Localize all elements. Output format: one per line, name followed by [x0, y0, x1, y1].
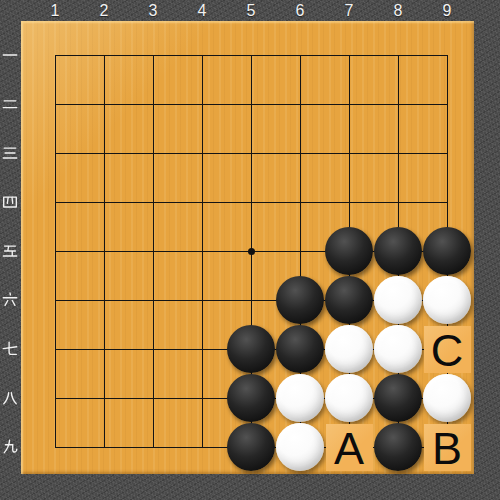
row-label [1, 242, 19, 260]
board-point[interactable] [325, 276, 374, 325]
board-point[interactable] [276, 227, 325, 276]
row-label [1, 291, 19, 309]
board-point[interactable] [374, 423, 423, 472]
board-point[interactable] [276, 325, 325, 374]
row-label [1, 46, 19, 64]
board-point[interactable]: B [423, 423, 472, 472]
board-point[interactable] [80, 374, 129, 423]
board-point[interactable] [129, 178, 178, 227]
board-point[interactable] [80, 129, 129, 178]
board-point[interactable] [374, 374, 423, 423]
board-point[interactable] [423, 227, 472, 276]
white-stone [374, 276, 422, 324]
column-label: 3 [141, 1, 165, 20]
board-point[interactable] [227, 80, 276, 129]
board-point[interactable] [129, 129, 178, 178]
board-point[interactable] [178, 31, 227, 80]
board-point[interactable] [325, 31, 374, 80]
board-point[interactable] [227, 178, 276, 227]
column-label: 8 [386, 1, 410, 20]
black-stone [227, 374, 275, 422]
board-point[interactable] [423, 80, 472, 129]
board-point[interactable] [374, 31, 423, 80]
row-label [1, 144, 19, 162]
board-point[interactable] [80, 325, 129, 374]
board-point[interactable] [423, 31, 472, 80]
board-point[interactable] [374, 276, 423, 325]
board-point[interactable] [80, 178, 129, 227]
black-stone [227, 423, 275, 471]
row-label [1, 193, 19, 211]
column-label: 6 [288, 1, 312, 20]
black-stone [374, 227, 422, 275]
board-point[interactable] [227, 423, 276, 472]
board-point[interactable]: A [325, 423, 374, 472]
marker-label: C [423, 325, 472, 374]
white-stone [374, 325, 422, 373]
board-point[interactable] [129, 227, 178, 276]
column-label: 4 [190, 1, 214, 20]
white-stone [325, 374, 373, 422]
board-point[interactable] [178, 374, 227, 423]
board-point[interactable] [178, 129, 227, 178]
board-point[interactable] [227, 227, 276, 276]
column-coordinates: 123456789 [0, 0, 500, 21]
black-stone [374, 423, 422, 471]
board-point[interactable] [276, 423, 325, 472]
board-point[interactable] [325, 178, 374, 227]
board-point[interactable] [325, 227, 374, 276]
board-point[interactable] [423, 178, 472, 227]
board-point[interactable] [227, 374, 276, 423]
board-point[interactable] [325, 374, 374, 423]
black-stone [276, 276, 324, 324]
black-stone [325, 276, 373, 324]
board-point[interactable] [178, 276, 227, 325]
black-stone [276, 325, 324, 373]
white-stone [325, 325, 373, 373]
board-point[interactable] [178, 423, 227, 472]
board-point[interactable] [325, 80, 374, 129]
board-point[interactable] [129, 423, 178, 472]
column-label: 9 [435, 1, 459, 20]
board-point[interactable] [276, 129, 325, 178]
white-stone [423, 276, 471, 324]
row-label [1, 389, 19, 407]
board-point[interactable] [129, 374, 178, 423]
board-point[interactable] [227, 31, 276, 80]
black-stone [325, 227, 373, 275]
board-point[interactable] [374, 80, 423, 129]
board-point[interactable] [31, 178, 80, 227]
board-point[interactable] [31, 129, 80, 178]
board-point[interactable] [374, 325, 423, 374]
board-point[interactable] [129, 325, 178, 374]
board-point[interactable] [178, 227, 227, 276]
board-point[interactable] [31, 374, 80, 423]
board-point[interactable] [276, 374, 325, 423]
board-point[interactable] [31, 227, 80, 276]
row-coordinates [0, 0, 21, 500]
board-point[interactable] [80, 227, 129, 276]
board-point[interactable] [80, 80, 129, 129]
column-label: 2 [92, 1, 116, 20]
board-point[interactable] [31, 276, 80, 325]
board-point[interactable] [423, 129, 472, 178]
go-board-screenshot: 123456789 CAB [0, 0, 500, 500]
board-point[interactable] [423, 276, 472, 325]
board-point[interactable] [129, 80, 178, 129]
column-label: 5 [239, 1, 263, 20]
board-point[interactable]: C [423, 325, 472, 374]
board-point[interactable] [276, 276, 325, 325]
marker-label: B [423, 423, 472, 472]
board-point[interactable] [374, 178, 423, 227]
board-point[interactable] [31, 423, 80, 472]
white-stone [276, 423, 324, 471]
board-point[interactable] [276, 80, 325, 129]
column-label: 7 [337, 1, 361, 20]
white-stone [423, 374, 471, 422]
black-stone [374, 374, 422, 422]
row-label [1, 438, 19, 456]
board-point[interactable] [325, 129, 374, 178]
board-point[interactable] [374, 129, 423, 178]
board-point[interactable] [227, 325, 276, 374]
board-point[interactable] [276, 178, 325, 227]
board-point[interactable] [178, 325, 227, 374]
board-point[interactable] [227, 276, 276, 325]
board-point[interactable] [374, 227, 423, 276]
white-stone [276, 374, 324, 422]
black-stone [227, 325, 275, 373]
board-point[interactable] [31, 325, 80, 374]
go-board: CAB [21, 21, 474, 474]
board-point[interactable] [178, 80, 227, 129]
board-point[interactable] [325, 325, 374, 374]
black-stone [423, 227, 471, 275]
board-point[interactable] [80, 276, 129, 325]
marker-label: A [325, 423, 374, 472]
board-point[interactable] [423, 374, 472, 423]
board-point[interactable] [227, 129, 276, 178]
board-point[interactable] [80, 31, 129, 80]
column-label: 1 [43, 1, 67, 20]
board-point[interactable] [178, 178, 227, 227]
board-point[interactable] [31, 31, 80, 80]
row-label [1, 340, 19, 358]
board-point[interactable] [129, 276, 178, 325]
row-label [1, 95, 19, 113]
board-point[interactable] [31, 80, 80, 129]
board-point[interactable] [276, 31, 325, 80]
board-point[interactable] [129, 31, 178, 80]
board-point[interactable] [80, 423, 129, 472]
